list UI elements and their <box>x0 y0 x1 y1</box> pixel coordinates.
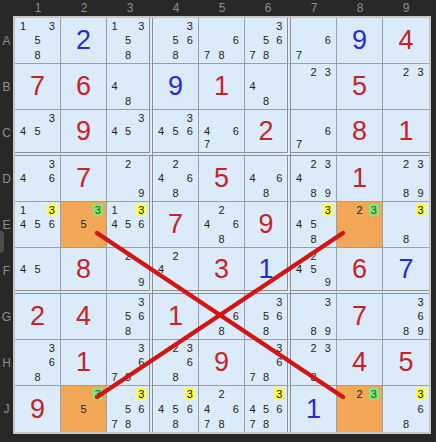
solved-digit: 2 <box>245 110 287 152</box>
solved-digit: 9 <box>199 340 244 385</box>
candidate-9[interactable]: 9 <box>135 276 148 289</box>
candidate-1[interactable]: 1 <box>16 19 30 33</box>
candidate-grid: 1358 <box>108 19 148 62</box>
cell-B8[interactable]: 5 <box>337 64 383 110</box>
cell-F8[interactable]: 6 <box>337 248 383 294</box>
candidate-3[interactable]: 3 <box>91 387 105 402</box>
candidate-9[interactable]: 9 <box>321 186 335 200</box>
candidate-5[interactable]: 5 <box>30 124 44 137</box>
candidate-3[interactable]: 3 <box>45 341 59 355</box>
candidate-4[interactable]: 4 <box>154 262 168 275</box>
cell-J8[interactable]: 23 <box>337 386 383 432</box>
solved-digit: 4 <box>383 18 429 63</box>
candidate-5[interactable]: 5 <box>76 402 90 417</box>
cell-A6[interactable]: 35678 <box>245 18 291 64</box>
cell-B1[interactable]: 7 <box>15 64 61 110</box>
cell-J2[interactable]: 35 <box>61 386 107 432</box>
cell-F4[interactable]: 24 <box>153 248 199 294</box>
candidate-3[interactable]: 3 <box>135 203 148 217</box>
cell-A5[interactable]: 678 <box>199 18 245 64</box>
candidate-grid: 3678 <box>108 341 148 384</box>
candidate-3[interactable]: 3 <box>45 157 59 171</box>
candidate-3[interactable]: 3 <box>135 341 148 355</box>
candidate-grid: 38 <box>384 203 428 246</box>
candidate-4[interactable]: 4 <box>108 124 121 137</box>
candidate-5[interactable]: 5 <box>168 124 182 137</box>
candidate-7[interactable]: 7 <box>108 370 121 384</box>
cell-G1[interactable]: 2 <box>15 294 61 340</box>
candidate-5[interactable]: 5 <box>30 33 44 47</box>
candidate-5[interactable]: 5 <box>121 33 134 47</box>
candidate-5[interactable]: 5 <box>30 217 44 231</box>
candidate-9[interactable]: 9 <box>321 324 335 338</box>
row-labels: ABCDEFGHJ <box>0 18 13 432</box>
candidate-3[interactable]: 3 <box>413 387 428 402</box>
candidate-3[interactable]: 3 <box>413 65 428 79</box>
candidate-2[interactable]: 2 <box>168 341 182 355</box>
candidate-6[interactable]: 6 <box>183 355 197 369</box>
candidate-6[interactable]: 6 <box>229 402 243 417</box>
candidate-2[interactable]: 2 <box>214 203 228 217</box>
solved-digit: 2 <box>15 294 60 339</box>
cell-A7[interactable]: 67 <box>291 18 337 64</box>
candidate-5[interactable]: 5 <box>121 217 134 231</box>
cell-C7[interactable]: 67 <box>291 110 337 156</box>
solved-digit: 9 <box>153 64 198 109</box>
solved-digit: 1 <box>61 340 106 385</box>
candidate-8[interactable]: 8 <box>306 186 320 200</box>
candidate-3[interactable]: 3 <box>45 203 59 217</box>
cell-E6[interactable]: 9 <box>245 202 291 248</box>
cell-C1[interactable]: 345 <box>15 110 61 156</box>
candidate-8[interactable]: 8 <box>399 324 414 338</box>
candidate-8[interactable]: 8 <box>214 232 228 246</box>
row-label-J: J <box>0 386 13 432</box>
candidate-8[interactable]: 8 <box>399 186 414 200</box>
candidate-8[interactable]: 8 <box>259 186 272 200</box>
candidate-3[interactable]: 3 <box>413 203 428 217</box>
cell-H9[interactable]: 5 <box>383 340 429 386</box>
candidate-grid: 368 <box>16 341 59 384</box>
cell-C4[interactable]: 3456 <box>153 110 199 156</box>
candidate-8[interactable]: 8 <box>214 416 228 431</box>
sudoku-app: 123456789 ABCDEFGHJ 13582135835686783567… <box>0 0 436 442</box>
cell-B5[interactable]: 1 <box>199 64 245 110</box>
candidate-3[interactable]: 3 <box>183 19 197 33</box>
candidate-4[interactable]: 4 <box>200 402 214 417</box>
candidate-7[interactable]: 7 <box>292 138 306 151</box>
cell-F7[interactable]: 2459 <box>291 248 337 294</box>
candidate-4[interactable]: 4 <box>246 79 259 93</box>
candidate-3[interactable]: 3 <box>135 111 148 124</box>
candidate-4[interactable]: 4 <box>16 217 30 231</box>
candidate-1[interactable]: 1 <box>108 19 121 33</box>
candidate-4[interactable]: 4 <box>246 171 259 185</box>
cell-F3[interactable]: 29 <box>107 248 153 294</box>
candidate-3[interactable]: 3 <box>135 387 148 402</box>
cell-C3[interactable]: 345 <box>107 110 153 156</box>
candidate-grid: 24 <box>154 249 197 289</box>
candidate-9[interactable]: 9 <box>321 276 335 289</box>
candidate-3[interactable]: 3 <box>273 387 286 402</box>
candidate-8[interactable]: 8 <box>121 48 134 62</box>
candidate-3[interactable]: 3 <box>183 111 197 124</box>
candidate-4[interactable]: 4 <box>292 262 306 275</box>
candidate-5[interactable]: 5 <box>259 33 272 47</box>
cell-E5[interactable]: 2468 <box>199 202 245 248</box>
candidate-5[interactable]: 5 <box>121 402 134 417</box>
candidate-3[interactable]: 3 <box>135 295 148 309</box>
solved-digit: 4 <box>337 340 382 385</box>
candidate-2[interactable]: 2 <box>399 157 414 171</box>
candidate-3[interactable]: 3 <box>183 387 197 402</box>
candidate-grid: 2389 <box>384 157 428 200</box>
candidate-8[interactable]: 8 <box>30 48 44 62</box>
candidate-8[interactable]: 8 <box>168 370 182 384</box>
candidate-4[interactable]: 4 <box>16 171 30 185</box>
cell-B3[interactable]: 48 <box>107 64 153 110</box>
cell-G5[interactable]: 68 <box>199 294 245 340</box>
candidate-8[interactable]: 8 <box>168 416 182 431</box>
cell-A9[interactable]: 4 <box>383 18 429 64</box>
candidate-3[interactable]: 3 <box>91 203 105 217</box>
candidate-8[interactable]: 8 <box>121 324 134 338</box>
cell-F6[interactable]: 1 <box>245 248 291 294</box>
candidate-6[interactable]: 6 <box>183 171 197 185</box>
cell-H7[interactable]: 238 <box>291 340 337 386</box>
candidate-2[interactable]: 2 <box>306 341 320 355</box>
candidate-2[interactable]: 2 <box>168 157 182 171</box>
cell-A2[interactable]: 2 <box>61 18 107 64</box>
cell-B2[interactable]: 6 <box>61 64 107 110</box>
solved-digit: 4 <box>61 294 106 339</box>
candidate-5[interactable]: 5 <box>121 124 134 137</box>
candidate-4[interactable]: 4 <box>246 402 259 417</box>
candidate-6[interactable]: 6 <box>183 402 197 417</box>
cell-B7[interactable]: 23 <box>291 64 337 110</box>
candidate-grid: 345 <box>16 111 59 151</box>
candidate-8[interactable]: 8 <box>259 416 272 431</box>
solved-digit: 7 <box>15 64 60 109</box>
candidate-3[interactable]: 3 <box>273 295 286 309</box>
cell-A3[interactable]: 1358 <box>107 18 153 64</box>
candidate-9[interactable]: 9 <box>413 324 428 338</box>
candidate-9[interactable]: 9 <box>135 186 148 200</box>
cell-G4[interactable]: 1 <box>153 294 199 340</box>
cell-G2[interactable]: 4 <box>61 294 107 340</box>
cell-E4[interactable]: 7 <box>153 202 199 248</box>
cell-F9[interactable]: 7 <box>383 248 429 294</box>
candidate-8[interactable]: 8 <box>259 370 272 384</box>
candidate-grid: 1358 <box>16 19 59 62</box>
row-label-D: D <box>0 156 13 202</box>
cell-H2[interactable]: 1 <box>61 340 107 386</box>
cell-G3[interactable]: 3568 <box>107 294 153 340</box>
cell-D8[interactable]: 1 <box>337 156 383 202</box>
solved-digit: 9 <box>245 202 287 247</box>
candidate-1[interactable]: 1 <box>108 203 121 217</box>
row-label-H: H <box>0 340 13 386</box>
candidate-3[interactable]: 3 <box>273 341 286 355</box>
candidate-8[interactable]: 8 <box>306 370 320 384</box>
candidate-2[interactable]: 2 <box>306 65 320 79</box>
candidate-5[interactable]: 5 <box>306 262 320 275</box>
candidate-6[interactable]: 6 <box>413 402 428 417</box>
candidate-2[interactable]: 2 <box>214 387 228 402</box>
cell-F2[interactable]: 8 <box>61 248 107 294</box>
candidate-7[interactable]: 7 <box>246 416 259 431</box>
solved-digit: 6 <box>61 64 106 109</box>
candidate-8[interactable]: 8 <box>259 94 272 108</box>
candidate-8[interactable]: 8 <box>168 186 182 200</box>
candidate-4[interactable]: 4 <box>292 217 306 231</box>
candidate-grid: 3568 <box>154 19 197 62</box>
cell-J7[interactable]: 1 <box>291 386 337 432</box>
candidate-grid: 35 <box>62 203 105 246</box>
candidate-7[interactable]: 7 <box>200 138 214 151</box>
candidate-3[interactable]: 3 <box>321 203 335 217</box>
col-label-3: 3 <box>107 0 153 16</box>
solved-digit: 7 <box>383 248 429 290</box>
solved-digit: 9 <box>61 110 106 152</box>
candidate-4[interactable]: 4 <box>16 124 30 137</box>
candidate-4[interactable]: 4 <box>16 262 30 275</box>
candidate-6[interactable]: 6 <box>135 402 148 417</box>
cell-B9[interactable]: 23 <box>383 64 429 110</box>
col-label-8: 8 <box>337 0 383 16</box>
candidate-2[interactable]: 2 <box>121 249 134 262</box>
candidate-6[interactable]: 6 <box>229 217 243 231</box>
candidate-5[interactable]: 5 <box>121 309 134 323</box>
candidate-2[interactable]: 2 <box>399 65 414 79</box>
candidate-6[interactable]: 6 <box>273 402 286 417</box>
candidate-6[interactable]: 6 <box>45 171 59 185</box>
cell-E1[interactable]: 13456 <box>15 202 61 248</box>
candidate-4[interactable]: 4 <box>200 217 214 231</box>
candidate-7[interactable]: 7 <box>200 48 214 62</box>
candidate-2[interactable]: 2 <box>306 249 320 262</box>
candidate-3[interactable]: 3 <box>321 341 335 355</box>
candidate-8[interactable]: 8 <box>259 324 272 338</box>
cell-G9[interactable]: 3689 <box>383 294 429 340</box>
cell-A1[interactable]: 1358 <box>15 18 61 64</box>
candidate-8[interactable]: 8 <box>30 370 44 384</box>
candidate-grid: 2368 <box>154 341 197 384</box>
cell-J5[interactable]: 24678 <box>199 386 245 432</box>
candidate-6[interactable]: 6 <box>183 33 197 47</box>
candidate-6[interactable]: 6 <box>229 124 243 137</box>
candidate-6[interactable]: 6 <box>273 33 286 47</box>
candidate-5[interactable]: 5 <box>168 402 182 417</box>
candidate-grid: 48 <box>246 65 286 108</box>
cell-C5[interactable]: 467 <box>199 110 245 156</box>
cell-E8[interactable]: 23 <box>337 202 383 248</box>
candidate-7[interactable]: 7 <box>246 370 259 384</box>
candidate-8[interactable]: 8 <box>306 232 320 246</box>
candidate-6[interactable]: 6 <box>183 124 197 137</box>
candidate-5[interactable]: 5 <box>30 262 44 275</box>
candidate-9[interactable]: 9 <box>413 186 428 200</box>
candidate-3[interactable]: 3 <box>45 111 59 124</box>
candidate-8[interactable]: 8 <box>399 232 414 246</box>
cell-E7[interactable]: 3458 <box>291 202 337 248</box>
cell-D7[interactable]: 23489 <box>291 156 337 202</box>
candidate-3[interactable]: 3 <box>321 157 335 171</box>
cell-E3[interactable]: 13456 <box>107 202 153 248</box>
cell-F1[interactable]: 45 <box>15 248 61 294</box>
cell-G7[interactable]: 389 <box>291 294 337 340</box>
cell-E9[interactable]: 38 <box>383 202 429 248</box>
candidate-8[interactable]: 8 <box>399 416 414 431</box>
candidate-2[interactable]: 2 <box>121 157 134 171</box>
cell-H5[interactable]: 9 <box>199 340 245 386</box>
candidate-grid: 2468 <box>200 203 243 246</box>
candidate-3[interactable]: 3 <box>183 341 197 355</box>
candidate-1[interactable]: 1 <box>16 203 30 217</box>
candidate-grid: 345 <box>108 111 148 151</box>
candidate-5[interactable]: 5 <box>76 217 90 231</box>
candidate-5[interactable]: 5 <box>259 402 272 417</box>
solved-digit: 5 <box>383 340 429 385</box>
col-label-6: 6 <box>245 0 291 16</box>
cell-C8[interactable]: 8 <box>337 110 383 156</box>
cell-J3[interactable]: 35678 <box>107 386 153 432</box>
candidate-3[interactable]: 3 <box>321 295 335 309</box>
candidate-grid: 2459 <box>292 249 335 289</box>
candidate-6[interactable]: 6 <box>321 124 335 137</box>
cell-D5[interactable]: 5 <box>199 156 245 202</box>
cell-J6[interactable]: 345678 <box>245 386 291 432</box>
candidate-5[interactable]: 5 <box>259 309 272 323</box>
cell-D9[interactable]: 2389 <box>383 156 429 202</box>
cell-C2[interactable]: 9 <box>61 110 107 156</box>
candidate-7[interactable]: 7 <box>200 416 214 431</box>
candidate-4[interactable]: 4 <box>292 171 306 185</box>
candidate-8[interactable]: 8 <box>121 416 134 431</box>
candidate-3[interactable]: 3 <box>135 19 148 33</box>
row-label-F: F <box>0 248 13 294</box>
cell-H6[interactable]: 3678 <box>245 340 291 386</box>
candidate-3[interactable]: 3 <box>45 19 59 33</box>
candidate-3[interactable]: 3 <box>273 19 286 33</box>
candidate-8[interactable]: 8 <box>214 48 228 62</box>
cell-E2[interactable]: 35 <box>61 202 107 248</box>
candidate-8[interactable]: 8 <box>306 324 320 338</box>
cell-J1[interactable]: 9 <box>15 386 61 432</box>
candidate-grid: 2468 <box>154 157 197 200</box>
candidate-8[interactable]: 8 <box>214 324 228 338</box>
candidate-8[interactable]: 8 <box>121 94 134 108</box>
cell-F5[interactable]: 3 <box>199 248 245 294</box>
cell-J4[interactable]: 34568 <box>153 386 199 432</box>
candidate-3[interactable]: 3 <box>413 295 428 309</box>
cell-H4[interactable]: 2368 <box>153 340 199 386</box>
candidate-4[interactable]: 4 <box>108 217 121 231</box>
candidate-7[interactable]: 7 <box>292 48 306 62</box>
solved-digit: 1 <box>245 248 287 290</box>
cell-D1[interactable]: 346 <box>15 156 61 202</box>
candidate-4[interactable]: 4 <box>154 402 168 417</box>
cell-C6[interactable]: 2 <box>245 110 291 156</box>
candidate-6[interactable]: 6 <box>273 355 286 369</box>
candidate-6[interactable]: 6 <box>229 33 243 47</box>
candidate-grid: 35678 <box>246 19 286 62</box>
candidate-4[interactable]: 4 <box>154 171 168 185</box>
candidate-2[interactable]: 2 <box>168 249 182 262</box>
cell-G8[interactable]: 7 <box>337 294 383 340</box>
candidate-3[interactable]: 3 <box>367 203 381 217</box>
col-label-1: 1 <box>15 0 61 16</box>
candidate-2[interactable]: 2 <box>352 387 366 402</box>
cell-D6[interactable]: 468 <box>245 156 291 202</box>
candidate-grid: 24678 <box>200 387 243 431</box>
cell-H1[interactable]: 368 <box>15 340 61 386</box>
candidate-grid: 345678 <box>246 387 286 431</box>
candidate-6[interactable]: 6 <box>229 309 243 323</box>
cell-D2[interactable]: 7 <box>61 156 107 202</box>
candidate-6[interactable]: 6 <box>45 355 59 369</box>
candidate-4[interactable]: 4 <box>108 79 121 93</box>
cell-A4[interactable]: 3568 <box>153 18 199 64</box>
candidate-6[interactable]: 6 <box>135 309 148 323</box>
cell-H3[interactable]: 3678 <box>107 340 153 386</box>
candidate-6[interactable]: 6 <box>413 309 428 323</box>
candidate-grid: 34568 <box>154 387 197 431</box>
solved-digit: 1 <box>337 156 382 201</box>
candidate-8[interactable]: 8 <box>259 48 272 62</box>
candidate-5[interactable]: 5 <box>306 217 320 231</box>
candidate-6[interactable]: 6 <box>135 355 148 369</box>
candidate-3[interactable]: 3 <box>321 65 335 79</box>
candidate-6[interactable]: 6 <box>45 217 59 231</box>
candidate-4[interactable]: 4 <box>154 124 168 137</box>
candidate-grid: 23 <box>338 387 381 431</box>
candidate-7[interactable]: 7 <box>108 416 121 431</box>
cell-D3[interactable]: 29 <box>107 156 153 202</box>
cell-J9[interactable]: 368 <box>383 386 429 432</box>
candidate-8[interactable]: 8 <box>168 48 182 62</box>
candidate-2[interactable]: 2 <box>352 203 366 217</box>
candidate-3[interactable]: 3 <box>367 387 381 402</box>
candidate-grid: 48 <box>108 65 148 108</box>
candidate-3[interactable]: 3 <box>413 157 428 171</box>
candidate-8[interactable]: 8 <box>121 370 134 384</box>
candidate-grid: 368 <box>384 387 428 431</box>
cell-H8[interactable]: 4 <box>337 340 383 386</box>
candidate-5[interactable]: 5 <box>168 33 182 47</box>
candidate-6[interactable]: 6 <box>273 309 286 323</box>
cell-D4[interactable]: 2468 <box>153 156 199 202</box>
cell-B6[interactable]: 48 <box>245 64 291 110</box>
cell-C9[interactable]: 1 <box>383 110 429 156</box>
candidate-4[interactable]: 4 <box>200 124 214 137</box>
solved-digit: 7 <box>337 294 382 339</box>
solved-digit: 9 <box>15 386 60 432</box>
candidate-6[interactable]: 6 <box>273 171 286 185</box>
cell-A8[interactable]: 9 <box>337 18 383 64</box>
solved-digit: 2 <box>61 18 106 63</box>
candidate-grid: 13456 <box>16 203 59 246</box>
cell-B4[interactable]: 9 <box>153 64 199 110</box>
candidate-2[interactable]: 2 <box>306 157 320 171</box>
col-label-9: 9 <box>383 0 429 16</box>
candidate-7[interactable]: 7 <box>246 48 259 62</box>
cell-G6[interactable]: 3568 <box>245 294 291 340</box>
candidate-6[interactable]: 6 <box>135 217 148 231</box>
solved-digit: 1 <box>153 294 198 339</box>
candidate-6[interactable]: 6 <box>321 33 335 47</box>
row-label-A: A <box>0 18 13 64</box>
